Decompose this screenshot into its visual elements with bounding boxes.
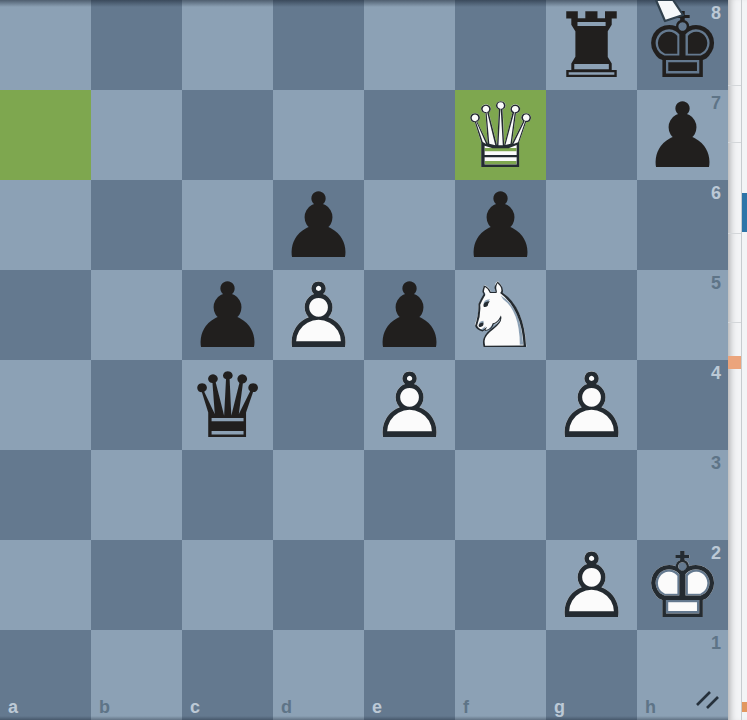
strip-separator [728,322,741,323]
white-pawn-outline: ♙ [546,540,637,630]
strip-separator [728,142,741,143]
square-d7[interactable] [273,90,364,180]
white-pawn[interactable]: ♟♙ [546,540,637,630]
square-d2[interactable] [273,540,364,630]
square-e8[interactable] [364,0,455,90]
move-list-scroll-strip[interactable] [728,0,747,720]
white-pawn[interactable]: ♟♙ [364,360,455,450]
black-queen[interactable]: ♛ [182,360,273,450]
square-e1[interactable]: e [364,630,455,720]
square-b3[interactable] [91,450,182,540]
square-d4[interactable] [273,360,364,450]
black-rook-glyph: ♜ [546,0,637,90]
square-e7[interactable] [364,90,455,180]
square-c7[interactable] [182,90,273,180]
square-g7[interactable] [546,90,637,180]
square-c5[interactable]: ♟ [182,270,273,360]
file-label-g: g [554,697,565,718]
black-pawn[interactable]: ♟ [273,180,364,270]
square-g3[interactable] [546,450,637,540]
square-c3[interactable] [182,450,273,540]
square-a2[interactable] [0,540,91,630]
square-h2[interactable]: 2♚♔ [637,540,728,630]
file-label-d: d [281,697,292,718]
square-d6[interactable]: ♟ [273,180,364,270]
square-a3[interactable] [0,450,91,540]
square-h4[interactable]: 4 [637,360,728,450]
square-f4[interactable] [455,360,546,450]
square-f7[interactable]: ♛♕ [455,90,546,180]
square-a1[interactable]: a [0,630,91,720]
square-g1[interactable]: g [546,630,637,720]
square-h3[interactable]: 3 [637,450,728,540]
black-pawn-glyph: ♟ [364,270,455,360]
square-d5[interactable]: ♟♙ [273,270,364,360]
black-pawn[interactable]: ♟ [364,270,455,360]
rank-label-7: 7 [711,93,721,114]
square-e2[interactable] [364,540,455,630]
white-pawn-outline: ♙ [364,360,455,450]
file-label-f: f [463,697,469,718]
file-label-a: a [8,697,18,718]
square-g8[interactable]: ♜ [546,0,637,90]
white-pawn-outline: ♙ [546,360,637,450]
resize-handle-icon[interactable] [694,688,724,712]
white-knight-outline: ♘ [455,270,546,360]
rank-label-8: 8 [711,3,721,24]
chess-board[interactable]: ♜8♚♛♕7♟♟♟6♟♟♙♟♞♘5♛♟♙♟♙43♟♙2♚♔abcdefg1h [0,0,728,720]
square-d1[interactable]: d [273,630,364,720]
file-label-h: h [645,697,656,718]
square-d3[interactable] [273,450,364,540]
scroll-strip-edge [741,0,742,720]
square-e6[interactable] [364,180,455,270]
square-e3[interactable] [364,450,455,540]
black-pawn-glyph: ♟ [273,180,364,270]
file-label-b: b [99,697,110,718]
square-e5[interactable]: ♟ [364,270,455,360]
square-f8[interactable] [455,0,546,90]
square-b1[interactable]: b [91,630,182,720]
square-c6[interactable] [182,180,273,270]
square-b4[interactable] [91,360,182,450]
square-b6[interactable] [91,180,182,270]
white-queen-outline: ♕ [455,90,546,180]
black-rook[interactable]: ♜ [546,0,637,90]
strip-separator [728,233,741,234]
square-c4[interactable]: ♛ [182,360,273,450]
scroll-marker-orange [728,356,741,369]
rank-label-5: 5 [711,273,721,294]
square-a6[interactable] [0,180,91,270]
square-f3[interactable] [455,450,546,540]
strip-separator [728,85,741,86]
file-label-c: c [190,697,200,718]
square-c8[interactable] [182,0,273,90]
black-pawn[interactable]: ♟ [182,270,273,360]
square-b5[interactable] [91,270,182,360]
square-a7[interactable] [0,90,91,180]
white-pawn-outline: ♙ [273,270,364,360]
black-pawn-glyph: ♟ [182,270,273,360]
square-h6[interactable]: 6 [637,180,728,270]
square-a4[interactable] [0,360,91,450]
square-c1[interactable]: c [182,630,273,720]
rank-label-3: 3 [711,453,721,474]
rank-label-6: 6 [711,183,721,204]
white-queen[interactable]: ♛♕ [455,90,546,180]
square-f6[interactable]: ♟ [455,180,546,270]
square-a5[interactable] [0,270,91,360]
black-queen-glyph: ♛ [182,360,273,450]
white-knight[interactable]: ♞♘ [455,270,546,360]
square-d8[interactable] [273,0,364,90]
square-f1[interactable]: f [455,630,546,720]
square-g2[interactable]: ♟♙ [546,540,637,630]
white-pawn[interactable]: ♟♙ [273,270,364,360]
square-b8[interactable] [91,0,182,90]
square-g6[interactable] [546,180,637,270]
square-f2[interactable] [455,540,546,630]
square-h8[interactable]: 8♚ [637,0,728,90]
square-g4[interactable]: ♟♙ [546,360,637,450]
square-g5[interactable] [546,270,637,360]
scrollbar-thumb[interactable] [742,193,747,232]
black-pawn-glyph: ♟ [455,180,546,270]
white-pawn[interactable]: ♟♙ [546,360,637,450]
scroll-marker-orange-bottom [742,702,747,712]
file-label-e: e [372,697,382,718]
rank-label-1: 1 [711,633,721,654]
square-a8[interactable] [0,0,91,90]
square-e4[interactable]: ♟♙ [364,360,455,450]
black-pawn[interactable]: ♟ [455,180,546,270]
square-h7[interactable]: 7♟ [637,90,728,180]
square-b7[interactable] [91,90,182,180]
square-c2[interactable] [182,540,273,630]
square-f5[interactable]: ♞♘ [455,270,546,360]
rank-label-2: 2 [711,543,721,564]
square-h5[interactable]: 5 [637,270,728,360]
square-b2[interactable] [91,540,182,630]
rank-label-4: 4 [711,363,721,384]
screen: ♜8♚♛♕7♟♟♟6♟♟♙♟♞♘5♛♟♙♟♙43♟♙2♚♔abcdefg1h [0,0,747,720]
